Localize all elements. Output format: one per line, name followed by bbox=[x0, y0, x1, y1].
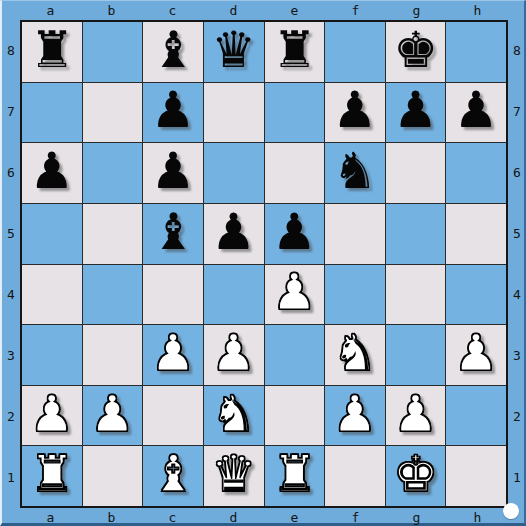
file-label-top-d: d bbox=[203, 1, 264, 19]
square-h1[interactable] bbox=[446, 446, 506, 506]
piece-white-pawn-d3[interactable]: ♟ bbox=[211, 328, 256, 378]
square-d8[interactable]: ♛ bbox=[204, 22, 264, 82]
square-h5[interactable] bbox=[446, 204, 506, 264]
piece-white-pawn-f2[interactable]: ♟ bbox=[333, 389, 378, 439]
piece-white-rook-e1[interactable]: ♜ bbox=[272, 449, 317, 499]
rank-label-right-7: 7 bbox=[508, 81, 526, 142]
file-label-bottom-a: a bbox=[20, 508, 81, 526]
square-c5[interactable]: ♝ bbox=[143, 204, 203, 264]
piece-black-rook-e8[interactable]: ♜ bbox=[272, 25, 317, 75]
piece-black-bishop-c8[interactable]: ♝ bbox=[151, 25, 196, 75]
piece-black-pawn-g7[interactable]: ♟ bbox=[393, 85, 438, 135]
square-b4[interactable] bbox=[83, 265, 143, 325]
file-label-top-a: a bbox=[20, 1, 81, 19]
square-g1[interactable]: ♚ bbox=[386, 446, 446, 506]
square-g2[interactable]: ♟ bbox=[386, 386, 446, 446]
piece-black-queen-d8[interactable]: ♛ bbox=[211, 25, 256, 75]
file-label-top-b: b bbox=[81, 1, 142, 19]
square-e7[interactable] bbox=[265, 83, 325, 143]
square-g3[interactable] bbox=[386, 325, 446, 385]
rank-label-left-8: 8 bbox=[2, 20, 20, 81]
square-f2[interactable]: ♟ bbox=[325, 386, 385, 446]
square-a2[interactable]: ♟ bbox=[22, 386, 82, 446]
piece-white-pawn-h3[interactable]: ♟ bbox=[454, 328, 499, 378]
piece-black-pawn-a6[interactable]: ♟ bbox=[29, 146, 74, 196]
square-a7[interactable] bbox=[22, 83, 82, 143]
piece-white-queen-d1[interactable]: ♛ bbox=[211, 449, 256, 499]
square-f1[interactable] bbox=[325, 446, 385, 506]
square-g7[interactable]: ♟ bbox=[386, 83, 446, 143]
piece-white-pawn-g2[interactable]: ♟ bbox=[393, 389, 438, 439]
square-c3[interactable]: ♟ bbox=[143, 325, 203, 385]
rank-label-right-5: 5 bbox=[508, 203, 526, 264]
chess-diagram-frame: abcdefgh 87654321 ♜♝♛♜♚♟♟♟♟♟♟♞♝♟♟♟♟♟♞♟♟♟… bbox=[0, 0, 526, 526]
square-b1[interactable] bbox=[83, 446, 143, 506]
file-label-bottom-g: g bbox=[386, 508, 447, 526]
file-label-top-h: h bbox=[447, 1, 508, 19]
square-d4[interactable] bbox=[204, 265, 264, 325]
file-label-top-e: e bbox=[264, 1, 325, 19]
square-c1[interactable]: ♝ bbox=[143, 446, 203, 506]
file-label-top-g: g bbox=[386, 1, 447, 19]
rank-label-right-8: 8 bbox=[508, 20, 526, 81]
piece-black-pawn-c7[interactable]: ♟ bbox=[151, 85, 196, 135]
rank-label-left-1: 1 bbox=[2, 447, 20, 508]
square-f6[interactable]: ♞ bbox=[325, 143, 385, 203]
square-b7[interactable] bbox=[83, 83, 143, 143]
piece-black-pawn-e5[interactable]: ♟ bbox=[272, 207, 317, 257]
piece-black-pawn-f7[interactable]: ♟ bbox=[333, 85, 378, 135]
rank-label-right-4: 4 bbox=[508, 264, 526, 325]
square-e5[interactable]: ♟ bbox=[265, 204, 325, 264]
piece-black-rook-a8[interactable]: ♜ bbox=[29, 25, 74, 75]
square-b2[interactable]: ♟ bbox=[83, 386, 143, 446]
file-labels-top: abcdefgh bbox=[20, 1, 508, 19]
rank-label-left-7: 7 bbox=[2, 81, 20, 142]
rank-labels-right: 87654321 bbox=[508, 20, 526, 508]
square-e2[interactable] bbox=[265, 386, 325, 446]
square-d2[interactable]: ♞ bbox=[204, 386, 264, 446]
square-a1[interactable]: ♜ bbox=[22, 446, 82, 506]
file-label-top-f: f bbox=[325, 1, 386, 19]
square-d6[interactable] bbox=[204, 143, 264, 203]
piece-white-pawn-c3[interactable]: ♟ bbox=[151, 328, 196, 378]
file-label-bottom-h: h bbox=[447, 508, 508, 526]
file-label-bottom-d: d bbox=[203, 508, 264, 526]
piece-white-knight-d2[interactable]: ♞ bbox=[211, 389, 256, 439]
rank-label-right-1: 1 bbox=[508, 447, 526, 508]
square-a4[interactable] bbox=[22, 265, 82, 325]
piece-white-pawn-b2[interactable]: ♟ bbox=[90, 389, 135, 439]
square-a3[interactable] bbox=[22, 325, 82, 385]
piece-black-pawn-c6[interactable]: ♟ bbox=[151, 146, 196, 196]
rank-label-left-3: 3 bbox=[2, 325, 20, 386]
rank-label-right-3: 3 bbox=[508, 325, 526, 386]
square-c7[interactable]: ♟ bbox=[143, 83, 203, 143]
square-d5[interactable]: ♟ bbox=[204, 204, 264, 264]
white-to-move-indicator bbox=[503, 503, 519, 519]
file-label-bottom-e: e bbox=[264, 508, 325, 526]
piece-white-knight-f3[interactable]: ♞ bbox=[333, 328, 378, 378]
square-d7[interactable] bbox=[204, 83, 264, 143]
piece-black-bishop-c5[interactable]: ♝ bbox=[151, 207, 196, 257]
piece-white-pawn-e4[interactable]: ♟ bbox=[272, 267, 317, 317]
piece-black-knight-f6[interactable]: ♞ bbox=[333, 146, 378, 196]
chess-board[interactable]: ♜♝♛♜♚♟♟♟♟♟♟♞♝♟♟♟♟♟♞♟♟♟♞♟♟♜♝♛♜♚ bbox=[20, 20, 508, 508]
square-d1[interactable]: ♛ bbox=[204, 446, 264, 506]
rank-label-left-2: 2 bbox=[2, 386, 20, 447]
square-e4[interactable]: ♟ bbox=[265, 265, 325, 325]
square-g6[interactable] bbox=[386, 143, 446, 203]
square-b3[interactable] bbox=[83, 325, 143, 385]
square-a6[interactable]: ♟ bbox=[22, 143, 82, 203]
rank-labels-left: 87654321 bbox=[2, 20, 20, 508]
square-a8[interactable]: ♜ bbox=[22, 22, 82, 82]
square-c4[interactable] bbox=[143, 265, 203, 325]
square-c6[interactable]: ♟ bbox=[143, 143, 203, 203]
square-g4[interactable] bbox=[386, 265, 446, 325]
square-g8[interactable]: ♚ bbox=[386, 22, 446, 82]
piece-white-rook-a1[interactable]: ♜ bbox=[29, 449, 74, 499]
square-h4[interactable] bbox=[446, 265, 506, 325]
square-h7[interactable]: ♟ bbox=[446, 83, 506, 143]
square-a5[interactable] bbox=[22, 204, 82, 264]
file-labels-bottom: abcdefgh bbox=[20, 508, 508, 526]
square-g5[interactable] bbox=[386, 204, 446, 264]
rank-label-left-5: 5 bbox=[2, 203, 20, 264]
piece-white-pawn-a2[interactable]: ♟ bbox=[29, 389, 74, 439]
square-d3[interactable]: ♟ bbox=[204, 325, 264, 385]
square-h6[interactable] bbox=[446, 143, 506, 203]
file-label-bottom-f: f bbox=[325, 508, 386, 526]
square-f8[interactable] bbox=[325, 22, 385, 82]
square-f4[interactable] bbox=[325, 265, 385, 325]
square-e1[interactable]: ♜ bbox=[265, 446, 325, 506]
rank-label-right-2: 2 bbox=[508, 386, 526, 447]
piece-black-pawn-h7[interactable]: ♟ bbox=[454, 85, 499, 135]
piece-black-pawn-d5[interactable]: ♟ bbox=[211, 207, 256, 257]
piece-white-bishop-c1[interactable]: ♝ bbox=[151, 449, 196, 499]
rank-label-left-4: 4 bbox=[2, 264, 20, 325]
square-h8[interactable] bbox=[446, 22, 506, 82]
file-label-bottom-c: c bbox=[142, 508, 203, 526]
rank-label-left-6: 6 bbox=[2, 142, 20, 203]
file-label-top-c: c bbox=[142, 1, 203, 19]
square-b8[interactable] bbox=[83, 22, 143, 82]
file-label-bottom-b: b bbox=[81, 508, 142, 526]
piece-black-king-g8[interactable]: ♚ bbox=[393, 25, 438, 75]
square-f5[interactable] bbox=[325, 204, 385, 264]
square-b5[interactable] bbox=[83, 204, 143, 264]
square-c2[interactable] bbox=[143, 386, 203, 446]
rank-label-right-6: 6 bbox=[508, 142, 526, 203]
square-f7[interactable]: ♟ bbox=[325, 83, 385, 143]
square-h2[interactable] bbox=[446, 386, 506, 446]
piece-white-king-g1[interactable]: ♚ bbox=[393, 449, 438, 499]
square-e3[interactable] bbox=[265, 325, 325, 385]
square-e8[interactable]: ♜ bbox=[265, 22, 325, 82]
square-c8[interactable]: ♝ bbox=[143, 22, 203, 82]
square-h3[interactable]: ♟ bbox=[446, 325, 506, 385]
square-f3[interactable]: ♞ bbox=[325, 325, 385, 385]
square-b6[interactable] bbox=[83, 143, 143, 203]
square-e6[interactable] bbox=[265, 143, 325, 203]
